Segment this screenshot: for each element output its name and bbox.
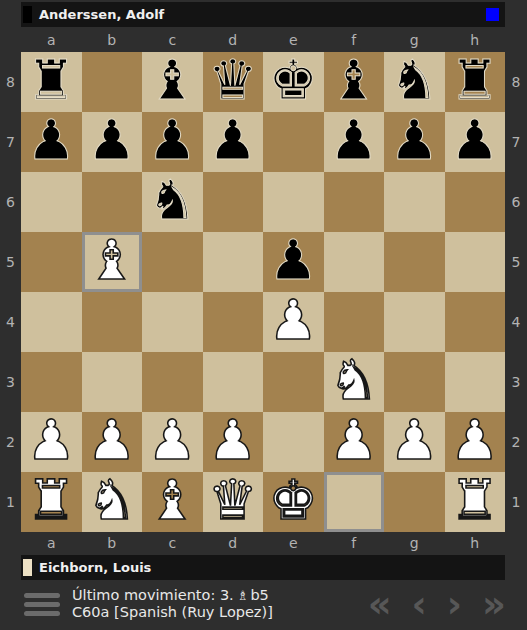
square-h7[interactable]: ♟ — [445, 112, 506, 172]
rank-label-7: 7 — [505, 112, 527, 172]
file-label-a: a — [21, 32, 82, 48]
square-e2[interactable] — [263, 412, 324, 472]
piece-white-pawn: ♟ — [450, 413, 499, 468]
piece-black-bishop: ♝ — [329, 53, 378, 108]
square-e5[interactable]: ♟ — [263, 232, 324, 292]
square-b6[interactable] — [82, 172, 143, 232]
last-move-text: Último movimiento: 3.♗b5 — [72, 587, 273, 604]
rank-label-2: 2 — [505, 412, 527, 472]
rank-coordinates-left: 87654321 — [0, 52, 21, 532]
rank-label-3: 3 — [0, 352, 21, 412]
footer: Último movimiento: 3.♗b5 C60a [Spanish (… — [0, 580, 527, 630]
rank-label-8: 8 — [505, 52, 527, 112]
opening-name: C60a [Spanish (Ruy Lopez)] — [72, 604, 273, 621]
square-h8[interactable]: ♜ — [445, 52, 506, 112]
square-b3[interactable] — [82, 352, 143, 412]
piece-black-king: ♚ — [269, 53, 318, 108]
piece-white-queen: ♛ — [208, 473, 257, 528]
square-g8[interactable]: ♞ — [384, 52, 445, 112]
square-f2[interactable]: ♟ — [324, 412, 385, 472]
square-b1[interactable]: ♞ — [82, 472, 143, 532]
square-g7[interactable]: ♟ — [384, 112, 445, 172]
chess-game-viewer: Anderssen, Adolf abcdefgh 87654321 ♜♝♛♚♝… — [0, 0, 527, 630]
file-label-e: e — [263, 535, 324, 551]
piece-white-pawn: ♟ — [148, 413, 197, 468]
piece-black-pawn: ♟ — [269, 233, 318, 288]
square-e1[interactable]: ♚ — [263, 472, 324, 532]
square-e8[interactable]: ♚ — [263, 52, 324, 112]
piece-black-bishop: ♝ — [148, 53, 197, 108]
piece-white-knight: ♞ — [329, 353, 378, 408]
square-a6[interactable] — [21, 172, 82, 232]
piece-white-pawn: ♟ — [208, 413, 257, 468]
white-player-color-chip — [23, 559, 32, 576]
square-d3[interactable] — [203, 352, 264, 412]
previous-move-button[interactable]: ‹ — [405, 586, 434, 623]
rank-label-2: 2 — [0, 412, 21, 472]
rank-label-8: 8 — [0, 52, 21, 112]
square-d7[interactable]: ♟ — [203, 112, 264, 172]
square-g1[interactable] — [384, 472, 445, 532]
piece-black-pawn: ♟ — [208, 113, 257, 168]
square-g5[interactable] — [384, 232, 445, 292]
square-d8[interactable]: ♛ — [203, 52, 264, 112]
move-info: Último movimiento: 3.♗b5 C60a [Spanish (… — [72, 587, 273, 622]
file-label-e: e — [263, 32, 324, 48]
square-g2[interactable]: ♟ — [384, 412, 445, 472]
square-h4[interactable] — [445, 292, 506, 352]
piece-black-knight: ♞ — [148, 173, 197, 228]
rank-label-4: 4 — [0, 292, 21, 352]
rank-label-5: 5 — [505, 232, 527, 292]
square-h6[interactable] — [445, 172, 506, 232]
square-c2[interactable]: ♟ — [142, 412, 203, 472]
piece-white-king: ♚ — [269, 473, 318, 528]
square-e7[interactable] — [263, 112, 324, 172]
piece-black-pawn: ♟ — [329, 113, 378, 168]
piece-black-rook: ♜ — [450, 53, 499, 108]
piece-black-queen: ♛ — [208, 53, 257, 108]
rank-label-6: 6 — [505, 172, 527, 232]
rank-label-3: 3 — [505, 352, 527, 412]
square-h1[interactable]: ♜ — [445, 472, 506, 532]
move-navigation: « ‹ › » — [361, 586, 519, 623]
rank-coordinates-right: 87654321 — [505, 52, 527, 532]
menu-button[interactable] — [24, 593, 60, 616]
rank-label-7: 7 — [0, 112, 21, 172]
hamburger-icon — [24, 593, 60, 598]
square-g3[interactable] — [384, 352, 445, 412]
square-b4[interactable] — [82, 292, 143, 352]
piece-white-pawn: ♟ — [27, 413, 76, 468]
black-player-bar: Anderssen, Adolf — [21, 2, 505, 27]
file-label-f: f — [324, 32, 385, 48]
square-d6[interactable] — [203, 172, 264, 232]
file-label-g: g — [384, 535, 445, 551]
square-c6[interactable]: ♞ — [142, 172, 203, 232]
file-label-g: g — [384, 32, 445, 48]
piece-black-rook: ♜ — [27, 53, 76, 108]
bishop-icon: ♗ — [237, 588, 249, 603]
square-c5[interactable] — [142, 232, 203, 292]
piece-white-bishop: ♝ — [148, 473, 197, 528]
rank-label-5: 5 — [0, 232, 21, 292]
piece-white-pawn: ♟ — [329, 413, 378, 468]
square-b7[interactable]: ♟ — [82, 112, 143, 172]
square-a4[interactable] — [21, 292, 82, 352]
first-move-button[interactable]: « — [361, 586, 399, 623]
black-player-name: Anderssen, Adolf — [39, 7, 164, 22]
file-label-h: h — [445, 32, 506, 48]
square-d1[interactable]: ♛ — [203, 472, 264, 532]
square-g4[interactable] — [384, 292, 445, 352]
last-move-square: b5 — [250, 587, 268, 603]
square-f6[interactable] — [324, 172, 385, 232]
piece-black-pawn: ♟ — [390, 113, 439, 168]
square-c3[interactable] — [142, 352, 203, 412]
square-c1[interactable]: ♝ — [142, 472, 203, 532]
square-a7[interactable]: ♟ — [21, 112, 82, 172]
square-h5[interactable] — [445, 232, 506, 292]
square-f8[interactable]: ♝ — [324, 52, 385, 112]
piece-black-pawn: ♟ — [87, 113, 136, 168]
piece-black-pawn: ♟ — [27, 113, 76, 168]
square-h3[interactable] — [445, 352, 506, 412]
piece-white-pawn: ♟ — [87, 413, 136, 468]
chess-board: ♜♝♛♚♝♞♜♟♟♟♟♟♟♟♞♝♟♟♞♟♟♟♟♟♟♟♜♞♝♛♚♜ — [21, 52, 505, 532]
square-f7[interactable]: ♟ — [324, 112, 385, 172]
board-area: 87654321 ♜♝♛♚♝♞♜♟♟♟♟♟♟♟♞♝♟♟♞♟♟♟♟♟♟♟♜♞♝♛♚… — [0, 52, 527, 532]
piece-black-knight: ♞ — [390, 53, 439, 108]
square-d4[interactable] — [203, 292, 264, 352]
rank-label-1: 1 — [505, 472, 527, 532]
square-h2[interactable]: ♟ — [445, 412, 506, 472]
last-move-button[interactable]: » — [475, 586, 513, 623]
square-a3[interactable] — [21, 352, 82, 412]
file-label-a: a — [21, 535, 82, 551]
file-label-c: c — [142, 535, 203, 551]
square-c7[interactable]: ♟ — [142, 112, 203, 172]
square-c4[interactable] — [142, 292, 203, 352]
white-player-bar: Eichborn, Louis — [21, 555, 505, 580]
piece-white-rook: ♜ — [450, 473, 499, 528]
square-f3[interactable]: ♞ — [324, 352, 385, 412]
square-b8[interactable] — [82, 52, 143, 112]
square-b2[interactable]: ♟ — [82, 412, 143, 472]
square-f5[interactable] — [324, 232, 385, 292]
file-label-c: c — [142, 32, 203, 48]
file-label-f: f — [324, 535, 385, 551]
square-a1[interactable]: ♜ — [21, 472, 82, 532]
square-e4[interactable]: ♟ — [263, 292, 324, 352]
rank-label-4: 4 — [505, 292, 527, 352]
square-a8[interactable]: ♜ — [21, 52, 82, 112]
piece-black-pawn: ♟ — [148, 113, 197, 168]
square-d5[interactable] — [203, 232, 264, 292]
square-e3[interactable] — [263, 352, 324, 412]
square-a5[interactable] — [21, 232, 82, 292]
square-b5[interactable]: ♝ — [82, 232, 143, 292]
piece-white-pawn: ♟ — [390, 413, 439, 468]
piece-white-knight: ♞ — [87, 473, 136, 528]
square-d2[interactable]: ♟ — [203, 412, 264, 472]
file-label-b: b — [82, 535, 143, 551]
white-player-name: Eichborn, Louis — [39, 560, 151, 575]
file-label-b: b — [82, 32, 143, 48]
file-label-d: d — [203, 535, 264, 551]
turn-indicator — [486, 8, 499, 21]
file-label-d: d — [203, 32, 264, 48]
square-g6[interactable] — [384, 172, 445, 232]
square-f4[interactable] — [324, 292, 385, 352]
piece-white-pawn: ♟ — [269, 293, 318, 348]
rank-label-6: 6 — [0, 172, 21, 232]
square-c8[interactable]: ♝ — [142, 52, 203, 112]
file-coordinates-bottom: abcdefgh — [21, 532, 505, 553]
black-player-color-chip — [23, 6, 32, 23]
piece-white-rook: ♜ — [27, 473, 76, 528]
rank-label-1: 1 — [0, 472, 21, 532]
square-e6[interactable] — [263, 172, 324, 232]
last-move-prefix: Último movimiento: 3. — [72, 587, 234, 603]
piece-white-bishop: ♝ — [87, 233, 136, 288]
square-f1[interactable] — [324, 472, 385, 532]
file-label-h: h — [445, 535, 506, 551]
next-move-button[interactable]: › — [440, 586, 469, 623]
piece-black-pawn: ♟ — [450, 113, 499, 168]
square-a2[interactable]: ♟ — [21, 412, 82, 472]
